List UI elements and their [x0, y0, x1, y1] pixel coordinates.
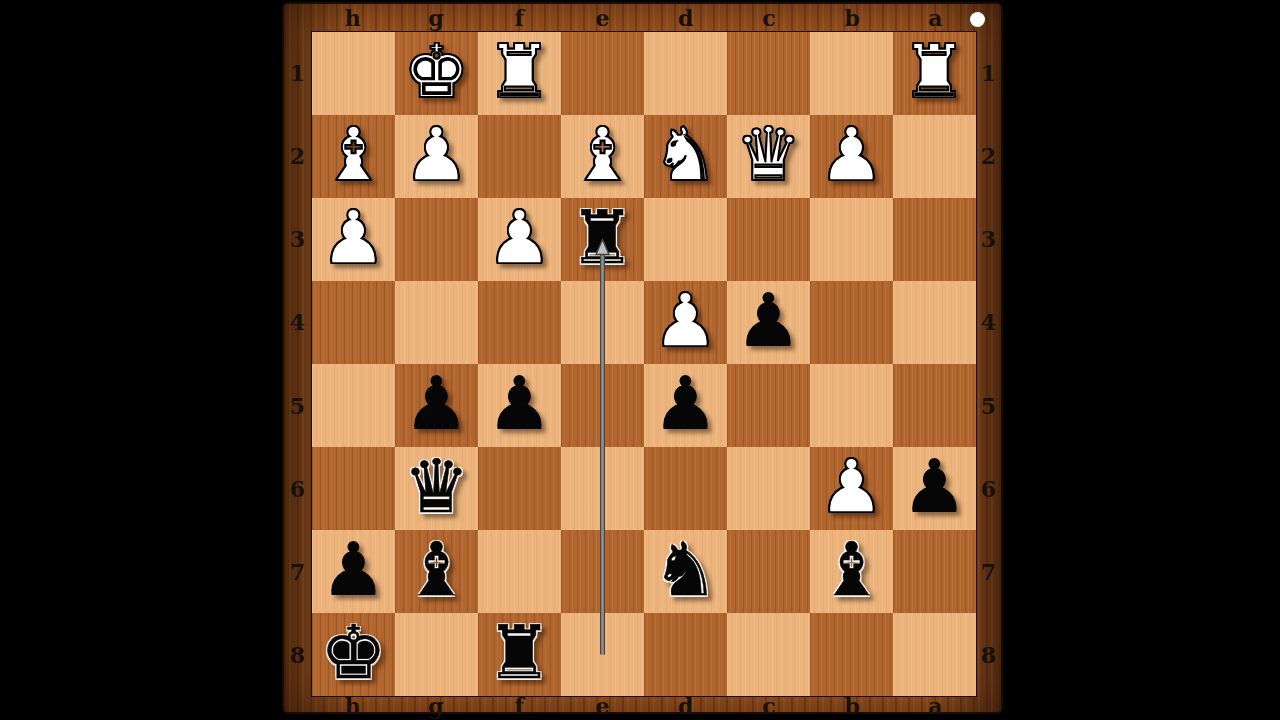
rank-label-right-3: 3	[976, 198, 1001, 281]
square-e7	[561, 530, 644, 613]
chess-board: ♚♜♜♝♟♝♞♛♟♟♟♜♟♟♟♟♟♛♟♟♟♝♞♝♚♜	[311, 31, 977, 697]
rank-label-right-4: 4	[976, 281, 1001, 364]
file-label-bottom-f: f	[478, 696, 561, 715]
rank-label-left-2: 2	[284, 114, 311, 197]
piece-black-pawn-icon: ♟	[901, 449, 967, 523]
square-c2: ♛	[727, 115, 810, 198]
square-f3: ♟	[478, 198, 561, 281]
square-h7: ♟	[312, 530, 395, 613]
square-b3	[810, 198, 893, 281]
file-label-bottom-c: c	[727, 696, 810, 715]
rank-label-left-6: 6	[284, 447, 311, 530]
file-label-bottom-d: d	[644, 696, 727, 715]
rank-label-left-4: 4	[284, 281, 311, 364]
square-c8	[727, 613, 810, 696]
rank-label-right-2: 2	[976, 114, 1001, 197]
square-f1: ♜	[478, 32, 561, 115]
square-e2: ♝	[561, 115, 644, 198]
square-e5	[561, 364, 644, 447]
rank-label-left-8: 8	[284, 614, 311, 697]
file-label-top-h: h	[311, 4, 394, 31]
square-c6	[727, 447, 810, 530]
square-d6	[644, 447, 727, 530]
piece-white-queen-icon: ♛	[735, 117, 801, 191]
square-g1: ♚	[395, 32, 478, 115]
piece-white-pawn-icon: ♟	[486, 200, 552, 274]
square-a6: ♟	[893, 447, 976, 530]
square-d3	[644, 198, 727, 281]
file-label-top-c: c	[727, 4, 810, 31]
piece-white-pawn-icon: ♟	[652, 283, 718, 357]
piece-white-pawn-icon: ♟	[403, 117, 469, 191]
square-e6	[561, 447, 644, 530]
rank-label-right-1: 1	[976, 31, 1001, 114]
square-a3	[893, 198, 976, 281]
square-a8	[893, 613, 976, 696]
file-label-bottom-b: b	[811, 696, 894, 715]
piece-black-pawn-icon: ♟	[652, 366, 718, 440]
piece-white-rook-icon: ♜	[901, 34, 967, 108]
file-label-top-d: d	[644, 4, 727, 31]
square-b2: ♟	[810, 115, 893, 198]
square-c4: ♟	[727, 281, 810, 364]
piece-black-pawn-icon: ♟	[486, 366, 552, 440]
square-e4	[561, 281, 644, 364]
square-d5: ♟	[644, 364, 727, 447]
board-frame: hgfedcba hgfedcba 12345678 12345678 ♚♜♜♝…	[282, 2, 1003, 714]
square-b5	[810, 364, 893, 447]
square-h6	[312, 447, 395, 530]
rank-label-right-6: 6	[976, 447, 1001, 530]
piece-black-pawn-icon: ♟	[735, 283, 801, 357]
piece-black-queen-icon: ♛	[403, 449, 469, 523]
square-h3: ♟	[312, 198, 395, 281]
video-frame-background: hgfedcba hgfedcba 12345678 12345678 ♚♜♜♝…	[0, 0, 1280, 720]
piece-white-pawn-icon: ♟	[320, 200, 386, 274]
square-f5: ♟	[478, 364, 561, 447]
file-label-bottom-h: h	[311, 696, 394, 715]
square-a5	[893, 364, 976, 447]
piece-white-knight-icon: ♞	[652, 117, 718, 191]
square-c1	[727, 32, 810, 115]
square-e8	[561, 613, 644, 696]
piece-black-knight-icon: ♞	[652, 532, 718, 606]
square-c3	[727, 198, 810, 281]
piece-white-pawn-icon: ♟	[818, 449, 884, 523]
square-a2	[893, 115, 976, 198]
square-f2	[478, 115, 561, 198]
rank-label-left-1: 1	[284, 31, 311, 114]
square-f7	[478, 530, 561, 613]
square-f8: ♜	[478, 613, 561, 696]
square-e3: ♜	[561, 198, 644, 281]
file-label-top-e: e	[561, 4, 644, 31]
file-label-top-b: b	[811, 4, 894, 31]
square-g4	[395, 281, 478, 364]
piece-black-rook-icon: ♜	[569, 200, 635, 274]
piece-white-rook-icon: ♜	[486, 34, 552, 108]
piece-white-bishop-icon: ♝	[569, 117, 635, 191]
rank-label-left-7: 7	[284, 531, 311, 614]
rank-label-right-7: 7	[976, 531, 1001, 614]
file-labels-bottom: hgfedcba	[311, 696, 977, 715]
square-b1	[810, 32, 893, 115]
square-a1: ♜	[893, 32, 976, 115]
piece-black-bishop-icon: ♝	[818, 532, 884, 606]
rank-label-left-3: 3	[284, 198, 311, 281]
square-g2: ♟	[395, 115, 478, 198]
piece-black-king-icon: ♚	[320, 615, 386, 689]
piece-white-bishop-icon: ♝	[320, 117, 386, 191]
square-h4	[312, 281, 395, 364]
file-label-bottom-e: e	[561, 696, 644, 715]
square-f6	[478, 447, 561, 530]
square-g7: ♝	[395, 530, 478, 613]
rank-labels-right: 12345678	[976, 31, 1001, 697]
square-d2: ♞	[644, 115, 727, 198]
square-a7	[893, 530, 976, 613]
square-d4: ♟	[644, 281, 727, 364]
square-h2: ♝	[312, 115, 395, 198]
piece-black-bishop-icon: ♝	[403, 532, 469, 606]
square-g5: ♟	[395, 364, 478, 447]
piece-black-pawn-icon: ♟	[320, 532, 386, 606]
square-a4	[893, 281, 976, 364]
square-d8	[644, 613, 727, 696]
file-label-bottom-a: a	[894, 696, 977, 715]
rank-label-left-5: 5	[284, 364, 311, 447]
square-g3	[395, 198, 478, 281]
rank-label-right-8: 8	[976, 614, 1001, 697]
piece-white-king-icon: ♚	[403, 34, 469, 108]
square-g8	[395, 613, 478, 696]
square-f4	[478, 281, 561, 364]
square-d1	[644, 32, 727, 115]
square-c7	[727, 530, 810, 613]
square-b4	[810, 281, 893, 364]
file-label-bottom-g: g	[394, 696, 477, 715]
square-h8: ♚	[312, 613, 395, 696]
square-h5	[312, 364, 395, 447]
square-h1	[312, 32, 395, 115]
square-g6: ♛	[395, 447, 478, 530]
rank-labels-left: 12345678	[284, 31, 311, 697]
rank-label-right-5: 5	[976, 364, 1001, 447]
piece-black-rook-icon: ♜	[486, 615, 552, 689]
square-b6: ♟	[810, 447, 893, 530]
square-e1	[561, 32, 644, 115]
side-to-move-indicator-dot	[970, 12, 985, 27]
square-b8	[810, 613, 893, 696]
piece-white-pawn-icon: ♟	[818, 117, 884, 191]
square-d7: ♞	[644, 530, 727, 613]
square-c5	[727, 364, 810, 447]
piece-black-pawn-icon: ♟	[403, 366, 469, 440]
square-b7: ♝	[810, 530, 893, 613]
